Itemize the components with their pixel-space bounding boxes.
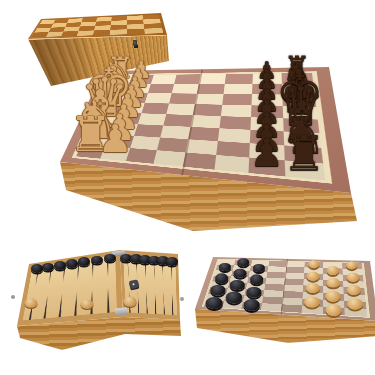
- checker-light: [347, 285, 361, 295]
- checker-light: [347, 273, 360, 282]
- checker-black: [237, 258, 248, 266]
- chess-piece-black-rook: ♜: [283, 129, 326, 177]
- backgammon-checker-black: [78, 257, 90, 266]
- checker-light: [347, 298, 363, 309]
- backgammon-checker-black: [91, 256, 103, 265]
- backgammon-die: [129, 279, 139, 289]
- chess-piece-white-pawn: ♟: [98, 120, 132, 158]
- checker-black: [250, 275, 264, 285]
- checker-black: [206, 297, 223, 309]
- backgammon-checker-black: [31, 264, 43, 273]
- checker-black: [226, 292, 242, 303]
- checker-light: [308, 260, 319, 268]
- checker-black: [230, 280, 244, 290]
- backgammon-checker-black: [166, 257, 178, 266]
- checker-light: [306, 283, 320, 293]
- checker-black: [210, 285, 225, 296]
- backgammon-checker-black: [66, 259, 78, 268]
- checker-light: [305, 296, 321, 307]
- checker-light: [325, 304, 342, 316]
- backgammon-checker-black: [42, 263, 54, 272]
- chess-piece-black-pawn: ♟: [249, 134, 283, 172]
- view-checkers: [0, 0, 375, 375]
- checker-light: [346, 261, 357, 269]
- checker-black: [215, 273, 229, 283]
- checker-black: [234, 268, 247, 277]
- checker-black: [247, 286, 262, 297]
- checker-light: [326, 278, 340, 288]
- checker-light: [326, 290, 341, 301]
- checkers-pieces-layer: [0, 0, 375, 375]
- backgammon-checker-black: [104, 254, 116, 263]
- product-photo: ♜♞♝♛♚♝♞♜♟♟♟♟♟♟♟♟♟♟♟♟♟♟♟♟♜♞♝♛♚♝♞♜: [0, 0, 375, 375]
- checker-black: [253, 264, 265, 273]
- checker-black: [219, 263, 231, 272]
- checker-light: [327, 266, 339, 275]
- checker-light: [307, 271, 320, 280]
- backgammon-checker-black: [54, 261, 66, 270]
- checker-black: [243, 299, 260, 311]
